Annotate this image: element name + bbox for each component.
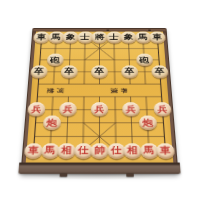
piece-red-general[interactable]: 帥 [90, 143, 108, 158]
piece-black-cannon[interactable]: 砲 [46, 54, 63, 67]
piece-black-soldier[interactable]: 卒 [91, 65, 108, 78]
piece-red-elephant[interactable]: 相 [57, 143, 76, 158]
piece-black-soldier[interactable]: 卒 [61, 65, 78, 78]
board-surface: 楚河 漢界 車馬象士將士象馬車砲砲卒卒卒卒卒兵兵兵兵兵炮炮車馬相仕帥仕相馬車 [26, 32, 174, 163]
bottom-knob-right [126, 173, 134, 177]
xiangqi-set-photo: 楚河 漢界 車馬象士將士象馬車砲砲卒卒卒卒卒兵兵兵兵兵炮炮車馬相仕帥仕相馬車 [0, 0, 200, 200]
piece-black-general[interactable]: 將 [92, 31, 108, 43]
piece-black-soldier[interactable]: 卒 [151, 65, 168, 78]
bottom-knob-left [60, 173, 68, 177]
piece-red-elephant[interactable]: 相 [123, 143, 142, 158]
piece-red-soldier[interactable]: 兵 [27, 103, 45, 117]
xiangqi-board: 楚河 漢界 車馬象士將士象馬車砲砲卒卒卒卒卒兵兵兵兵兵炮炮車馬相仕帥仕相馬車 [20, 28, 178, 174]
piece-red-chariot[interactable]: 車 [156, 143, 175, 158]
piece-red-chariot[interactable]: 車 [24, 143, 43, 158]
piece-red-soldier[interactable]: 兵 [59, 103, 77, 117]
board-frame: 楚河 漢界 車馬象士將士象馬車砲砲卒卒卒卒卒兵兵兵兵兵炮炮車馬相仕帥仕相馬車 [20, 28, 178, 174]
piece-black-cannon[interactable]: 砲 [136, 54, 153, 67]
piece-red-soldier[interactable]: 兵 [122, 103, 140, 117]
piece-black-elephant[interactable]: 象 [120, 31, 136, 43]
piece-red-cannon[interactable]: 炮 [138, 116, 156, 131]
piece-red-cannon[interactable]: 炮 [42, 116, 60, 131]
pieces-layer: 車馬象士將士象馬車砲砲卒卒卒卒卒兵兵兵兵兵炮炮車馬相仕帥仕相馬車 [26, 32, 174, 163]
piece-black-elephant[interactable]: 象 [62, 31, 78, 43]
piece-black-soldier[interactable]: 卒 [121, 65, 138, 78]
piece-red-soldier[interactable]: 兵 [91, 103, 108, 117]
piece-black-chariot[interactable]: 車 [33, 31, 50, 43]
frame-bottom-bar [18, 163, 180, 174]
piece-red-soldier[interactable]: 兵 [153, 103, 171, 117]
piece-red-advisor[interactable]: 仕 [74, 143, 92, 158]
piece-black-soldier[interactable]: 卒 [30, 65, 47, 78]
piece-black-chariot[interactable]: 車 [149, 31, 166, 43]
